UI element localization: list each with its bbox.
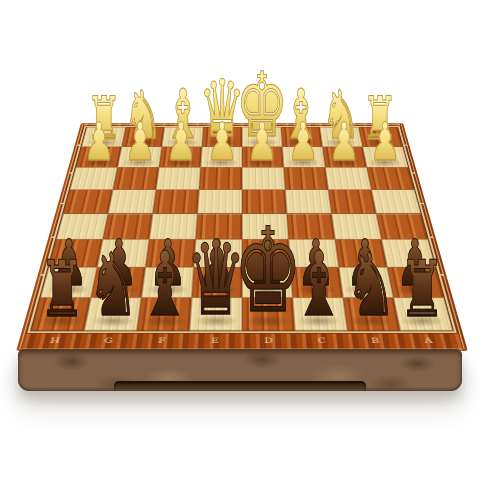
file-label-d: D bbox=[242, 337, 296, 347]
square-d8 bbox=[242, 298, 295, 331]
frame-dot-icon bbox=[77, 144, 80, 145]
square-b8 bbox=[343, 298, 400, 331]
square-h1 bbox=[81, 127, 125, 146]
file-label-b: B bbox=[348, 337, 403, 347]
square-f3 bbox=[156, 167, 201, 189]
square-g2 bbox=[117, 147, 161, 168]
file-label-a: A bbox=[401, 337, 457, 347]
square-a1 bbox=[358, 127, 402, 146]
frame-dot-icon bbox=[421, 203, 424, 205]
square-h7 bbox=[40, 267, 97, 297]
file-label-f: F bbox=[134, 337, 188, 347]
square-a7 bbox=[387, 267, 444, 297]
square-c3 bbox=[284, 167, 329, 189]
square-f8 bbox=[137, 298, 192, 331]
frame-dot-icon bbox=[405, 144, 408, 145]
square-b3 bbox=[325, 167, 371, 189]
base-notch bbox=[114, 381, 366, 391]
square-a6 bbox=[381, 239, 435, 267]
square-h2 bbox=[76, 147, 122, 168]
frame-dot-icon bbox=[61, 203, 64, 205]
square-f1 bbox=[162, 127, 203, 146]
chess-board: HGFEDCBA bbox=[16, 123, 468, 351]
square-e3 bbox=[199, 167, 242, 189]
square-g6 bbox=[97, 239, 149, 267]
square-g4 bbox=[108, 190, 156, 214]
square-a5 bbox=[376, 214, 428, 240]
square-b2 bbox=[322, 147, 366, 168]
square-e4 bbox=[197, 190, 242, 214]
square-c4 bbox=[285, 190, 331, 214]
square-c5 bbox=[287, 214, 335, 240]
square-e5 bbox=[196, 214, 242, 240]
square-h6 bbox=[49, 239, 103, 267]
file-label-c: C bbox=[295, 337, 349, 347]
square-a8 bbox=[393, 298, 452, 331]
square-a3 bbox=[367, 167, 415, 189]
square-h8 bbox=[31, 298, 90, 331]
square-e2 bbox=[200, 147, 242, 168]
board-squares bbox=[31, 127, 452, 330]
square-b6 bbox=[335, 239, 387, 267]
frame-dot-icon bbox=[69, 172, 72, 173]
square-h3 bbox=[70, 167, 118, 189]
square-e1 bbox=[202, 127, 242, 146]
square-g3 bbox=[113, 167, 159, 189]
frame-dot-icon bbox=[41, 274, 45, 276]
square-e6 bbox=[194, 239, 242, 267]
square-a4 bbox=[371, 190, 421, 214]
file-label-g: G bbox=[81, 337, 136, 347]
square-c8 bbox=[292, 298, 347, 331]
square-b4 bbox=[328, 190, 376, 214]
fold-seam-icon bbox=[63, 213, 421, 215]
square-c1 bbox=[281, 127, 322, 146]
square-f6 bbox=[145, 239, 195, 267]
square-b5 bbox=[331, 214, 381, 240]
file-labels: HGFEDCBA bbox=[27, 337, 457, 347]
square-h4 bbox=[63, 190, 113, 214]
square-f2 bbox=[159, 147, 202, 168]
board-base bbox=[18, 349, 462, 391]
square-e7 bbox=[192, 267, 242, 297]
square-d5 bbox=[242, 214, 288, 240]
square-c7 bbox=[290, 267, 342, 297]
square-d4 bbox=[242, 190, 287, 214]
square-d2 bbox=[242, 147, 284, 168]
square-g8 bbox=[84, 298, 141, 331]
square-g5 bbox=[103, 214, 153, 240]
square-d3 bbox=[242, 167, 285, 189]
square-b7 bbox=[339, 267, 394, 297]
square-f7 bbox=[141, 267, 193, 297]
square-a2 bbox=[362, 147, 408, 168]
square-g7 bbox=[91, 267, 146, 297]
square-d7 bbox=[242, 267, 292, 297]
square-e8 bbox=[189, 298, 242, 331]
square-g1 bbox=[122, 127, 165, 146]
chess-set-photo: HGFEDCBA ♜♞♝♛♚♝♞♜♟♟♟♟♟♟♟♟♟♟♟♟♟♟♟♟♜♞♝♛♚♝♞… bbox=[0, 0, 480, 480]
square-b1 bbox=[320, 127, 363, 146]
file-label-e: E bbox=[188, 337, 242, 347]
square-f4 bbox=[153, 190, 199, 214]
frame-dot-icon bbox=[430, 236, 434, 238]
square-h5 bbox=[56, 214, 108, 240]
frame-dot-icon bbox=[412, 172, 415, 173]
square-f5 bbox=[149, 214, 197, 240]
square-d6 bbox=[242, 239, 290, 267]
file-label-h: H bbox=[27, 337, 83, 347]
frame-dot-icon bbox=[51, 236, 55, 238]
square-c2 bbox=[282, 147, 325, 168]
frame-dot-icon bbox=[440, 274, 444, 276]
square-d1 bbox=[242, 127, 282, 146]
square-c6 bbox=[288, 239, 338, 267]
